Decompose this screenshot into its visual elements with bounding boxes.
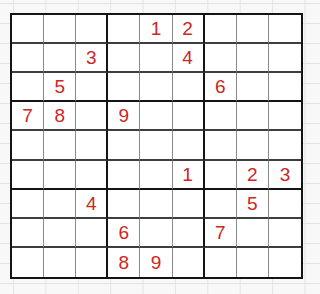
sudoku-cell-r1c2[interactable] (44, 15, 76, 44)
sudoku-cell-r9c6[interactable] (173, 248, 205, 277)
sudoku-cell-r5c8[interactable] (237, 131, 269, 160)
sudoku-cell-r1c7[interactable] (205, 15, 237, 44)
sudoku-cell-r7c7[interactable] (205, 190, 237, 219)
sudoku-cell-r2c6[interactable]: 4 (173, 44, 205, 73)
sudoku-cell-r2c5[interactable] (140, 44, 172, 73)
sudoku-cell-r6c1[interactable] (12, 161, 44, 190)
sudoku-cell-r7c8[interactable]: 5 (237, 190, 269, 219)
sudoku-cell-r6c9[interactable]: 3 (269, 161, 301, 190)
sudoku-cell-r4c6[interactable] (173, 102, 205, 131)
sudoku-cell-r6c5[interactable] (140, 161, 172, 190)
sudoku-cell-r8c7[interactable]: 7 (205, 219, 237, 248)
sudoku-cell-r3c6[interactable] (173, 73, 205, 102)
sudoku-cell-r8c4[interactable]: 6 (108, 219, 140, 248)
sudoku-cell-r2c8[interactable] (237, 44, 269, 73)
sudoku-cell-r8c2[interactable] (44, 219, 76, 248)
sudoku-cell-r7c1[interactable] (12, 190, 44, 219)
sudoku-cell-r5c2[interactable] (44, 131, 76, 160)
sudoku-cell-r7c3[interactable]: 4 (76, 190, 108, 219)
sudoku-cell-r1c5[interactable]: 1 (140, 15, 172, 44)
sudoku-cell-r1c3[interactable] (76, 15, 108, 44)
sudoku-cell-r4c5[interactable] (140, 102, 172, 131)
sudoku-cell-r4c2[interactable]: 8 (44, 102, 76, 131)
sudoku-cell-r9c2[interactable] (44, 248, 76, 277)
sudoku-cell-r9c1[interactable] (12, 248, 44, 277)
sudoku-cell-r5c5[interactable] (140, 131, 172, 160)
sudoku-board: 123456789123456789 (10, 13, 303, 279)
sudoku-cell-r4c3[interactable] (76, 102, 108, 131)
sudoku-cell-r1c6[interactable]: 2 (173, 15, 205, 44)
sudoku-cell-r6c7[interactable] (205, 161, 237, 190)
sudoku-cell-r3c7[interactable]: 6 (205, 73, 237, 102)
sudoku-cell-r3c4[interactable] (108, 73, 140, 102)
sudoku-cell-r5c4[interactable] (108, 131, 140, 160)
sudoku-cell-r4c7[interactable] (205, 102, 237, 131)
sudoku-cell-r3c3[interactable] (76, 73, 108, 102)
sudoku-cell-r8c1[interactable] (12, 219, 44, 248)
sudoku-cell-r8c6[interactable] (173, 219, 205, 248)
sudoku-cell-r6c8[interactable]: 2 (237, 161, 269, 190)
sudoku-cell-r6c6[interactable]: 1 (173, 161, 205, 190)
sudoku-cell-r5c9[interactable] (269, 131, 301, 160)
sudoku-cell-r9c4[interactable]: 8 (108, 248, 140, 277)
sudoku-cell-r2c1[interactable] (12, 44, 44, 73)
sudoku-cell-r2c4[interactable] (108, 44, 140, 73)
sudoku-cell-r9c8[interactable] (237, 248, 269, 277)
sudoku-cell-r8c3[interactable] (76, 219, 108, 248)
sudoku-cell-r8c5[interactable] (140, 219, 172, 248)
sudoku-cell-r2c2[interactable] (44, 44, 76, 73)
sudoku-cell-r4c9[interactable] (269, 102, 301, 131)
sudoku-cell-r3c9[interactable] (269, 73, 301, 102)
sudoku-cell-r5c7[interactable] (205, 131, 237, 160)
sudoku-cell-r6c3[interactable] (76, 161, 108, 190)
sudoku-cell-r7c4[interactable] (108, 190, 140, 219)
sudoku-cell-r6c2[interactable] (44, 161, 76, 190)
sudoku-cell-r1c9[interactable] (269, 15, 301, 44)
sudoku-cell-r6c4[interactable] (108, 161, 140, 190)
sudoku-cell-r9c9[interactable] (269, 248, 301, 277)
spreadsheet-background: 123456789123456789 (0, 0, 320, 294)
sudoku-cell-r5c1[interactable] (12, 131, 44, 160)
sudoku-cell-r3c5[interactable] (140, 73, 172, 102)
sudoku-cell-r7c6[interactable] (173, 190, 205, 219)
sudoku-cell-r4c8[interactable] (237, 102, 269, 131)
sudoku-cell-r5c3[interactable] (76, 131, 108, 160)
sudoku-cell-r9c5[interactable]: 9 (140, 248, 172, 277)
sudoku-cell-r4c1[interactable]: 7 (12, 102, 44, 131)
sudoku-cell-r9c7[interactable] (205, 248, 237, 277)
sudoku-cell-r5c6[interactable] (173, 131, 205, 160)
sudoku-cell-r4c4[interactable]: 9 (108, 102, 140, 131)
sudoku-cell-r7c5[interactable] (140, 190, 172, 219)
sudoku-cell-r7c9[interactable] (269, 190, 301, 219)
sudoku-cell-r3c1[interactable] (12, 73, 44, 102)
sudoku-cell-r2c9[interactable] (269, 44, 301, 73)
sudoku-cell-r3c2[interactable]: 5 (44, 73, 76, 102)
sudoku-cell-r1c8[interactable] (237, 15, 269, 44)
sudoku-cell-r8c9[interactable] (269, 219, 301, 248)
sudoku-cell-r7c2[interactable] (44, 190, 76, 219)
sudoku-cell-r8c8[interactable] (237, 219, 269, 248)
sudoku-cell-r9c3[interactable] (76, 248, 108, 277)
sudoku-cell-r2c3[interactable]: 3 (76, 44, 108, 73)
sudoku-cell-r1c4[interactable] (108, 15, 140, 44)
sudoku-cell-r1c1[interactable] (12, 15, 44, 44)
sudoku-cell-r3c8[interactable] (237, 73, 269, 102)
sudoku-cell-r2c7[interactable] (205, 44, 237, 73)
